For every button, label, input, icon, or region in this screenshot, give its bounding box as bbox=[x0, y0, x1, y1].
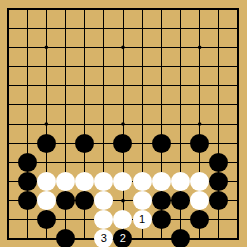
white-stone bbox=[94, 172, 113, 191]
black-stone bbox=[152, 134, 171, 153]
black-stone bbox=[152, 191, 171, 210]
white-stone bbox=[152, 172, 171, 191]
stones-layer: 132 bbox=[0, 0, 247, 247]
white-stone bbox=[171, 172, 190, 191]
black-stone bbox=[209, 153, 228, 172]
white-stone bbox=[113, 210, 132, 229]
black-stone bbox=[190, 134, 209, 153]
move-number: 3 bbox=[101, 233, 107, 244]
white-stone bbox=[190, 172, 209, 191]
black-stone bbox=[18, 172, 37, 191]
white-stone bbox=[56, 172, 75, 191]
black-stone bbox=[113, 134, 132, 153]
black-stone bbox=[18, 191, 37, 210]
black-stone bbox=[171, 229, 190, 247]
black-stone bbox=[37, 210, 56, 229]
black-stone-move-2: 2 bbox=[113, 229, 132, 247]
black-stone bbox=[56, 191, 75, 210]
white-stone bbox=[94, 210, 113, 229]
white-stone-move-1: 1 bbox=[133, 210, 152, 229]
black-stone bbox=[75, 191, 94, 210]
white-stone-move-3: 3 bbox=[94, 229, 113, 247]
white-stone bbox=[37, 191, 56, 210]
white-stone bbox=[75, 172, 94, 191]
white-stone bbox=[190, 191, 209, 210]
white-stone bbox=[37, 172, 56, 191]
black-stone bbox=[75, 134, 94, 153]
black-stone bbox=[209, 191, 228, 210]
move-number: 2 bbox=[120, 233, 126, 244]
black-stone bbox=[37, 134, 56, 153]
black-stone bbox=[209, 172, 228, 191]
white-stone bbox=[133, 172, 152, 191]
white-stone bbox=[94, 191, 113, 210]
black-stone bbox=[152, 210, 171, 229]
white-stone bbox=[133, 191, 152, 210]
move-number: 1 bbox=[139, 214, 145, 225]
black-stone bbox=[56, 229, 75, 247]
black-stone bbox=[190, 210, 209, 229]
white-stone bbox=[113, 172, 132, 191]
go-board: 132 bbox=[0, 0, 247, 247]
black-stone bbox=[18, 153, 37, 172]
black-stone bbox=[171, 191, 190, 210]
